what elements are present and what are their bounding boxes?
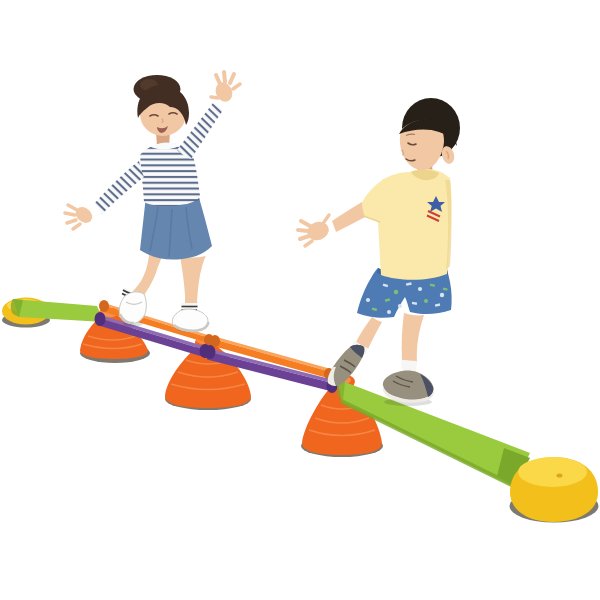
- photo-canvas: [0, 0, 600, 600]
- purple-rail1-cap-left: [95, 312, 106, 326]
- boy-right-hand: [298, 215, 331, 246]
- boy: [298, 98, 460, 406]
- boy-left-leg: [402, 313, 424, 362]
- orange-rail1-cap-left: [99, 300, 109, 312]
- boy-shirt: [358, 169, 452, 280]
- girl-left-sleeve: [95, 161, 144, 214]
- boy-right-shoe: [328, 345, 365, 386]
- right-dome-top: [518, 457, 587, 487]
- orange-rail2-cap-left: [210, 335, 220, 347]
- right-dome-dimple: [557, 474, 563, 478]
- girl: [65, 72, 240, 332]
- boy-right-arm: [332, 202, 365, 232]
- girl-left-leg: [180, 256, 206, 307]
- boy-left-sock: [401, 360, 417, 372]
- girl-right-hand: [211, 72, 240, 104]
- balance-beam-scene: [0, 0, 600, 600]
- boy-left-shoe: [383, 371, 434, 403]
- right-yellow-dome: [510, 457, 599, 523]
- girl-left-hand: [65, 204, 95, 229]
- boy-right-leg: [356, 317, 382, 349]
- purple-rail2-cap-left: [205, 345, 216, 359]
